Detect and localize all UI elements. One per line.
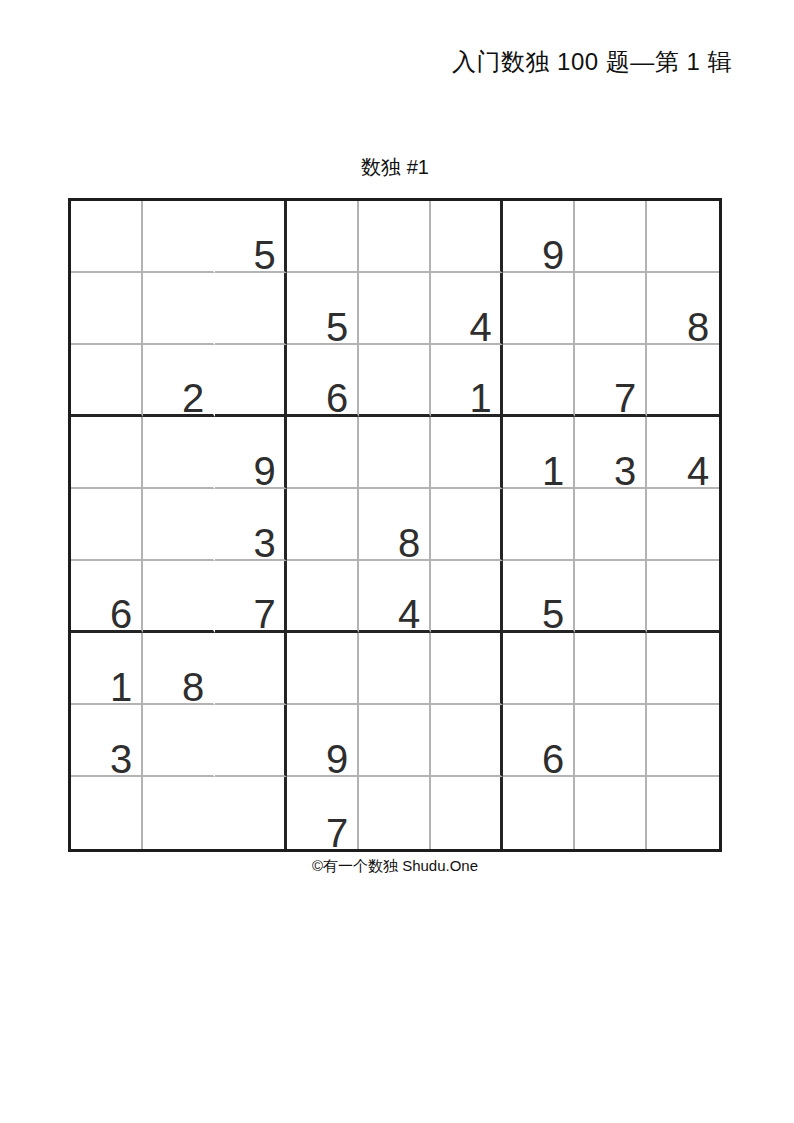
cell-r8c4: 9 <box>287 705 359 777</box>
cell-r3c9[interactable] <box>647 345 719 417</box>
cell-r1c6[interactable] <box>431 201 503 273</box>
cell-r7c6[interactable] <box>431 633 503 705</box>
cell-r5c9[interactable] <box>647 489 719 561</box>
cell-r1c3: 5 <box>215 201 287 273</box>
cell-r4c3: 9 <box>215 417 287 489</box>
cell-r1c9[interactable] <box>647 201 719 273</box>
cell-r7c4[interactable] <box>287 633 359 705</box>
cell-r3c6: 1 <box>431 345 503 417</box>
cell-r6c5: 4 <box>359 561 431 633</box>
cell-r9c8[interactable] <box>575 777 647 849</box>
cell-r1c8[interactable] <box>575 201 647 273</box>
cell-r1c2[interactable] <box>143 201 215 273</box>
cell-r7c9[interactable] <box>647 633 719 705</box>
cell-r4c6[interactable] <box>431 417 503 489</box>
given-digit: 8 <box>662 305 734 350</box>
cell-r8c3[interactable] <box>215 705 287 777</box>
cell-r2c4: 5 <box>287 273 359 345</box>
cell-r9c2[interactable] <box>143 777 215 849</box>
cell-r8c6[interactable] <box>431 705 503 777</box>
cell-r8c8[interactable] <box>575 705 647 777</box>
cell-r5c4[interactable] <box>287 489 359 561</box>
cell-r3c4: 6 <box>287 345 359 417</box>
cell-r8c5[interactable] <box>359 705 431 777</box>
cell-r5c2[interactable] <box>143 489 215 561</box>
cell-r3c7[interactable] <box>503 345 575 417</box>
sudoku-sheet-page: 入门数独 100 题—第 1 辑 数独 #1 59548261791343867… <box>0 0 794 1123</box>
cell-r9c1[interactable] <box>71 777 143 849</box>
cell-r2c3[interactable] <box>215 273 287 345</box>
cell-r2c5[interactable] <box>359 273 431 345</box>
cell-r2c6: 4 <box>431 273 503 345</box>
cell-r8c9[interactable] <box>647 705 719 777</box>
cell-r6c7: 5 <box>503 561 575 633</box>
cell-r6c8[interactable] <box>575 561 647 633</box>
cell-r4c5[interactable] <box>359 417 431 489</box>
cell-r3c3[interactable] <box>215 345 287 417</box>
cell-r4c9: 4 <box>647 417 719 489</box>
cell-r4c1[interactable] <box>71 417 143 489</box>
cell-r4c7: 1 <box>503 417 575 489</box>
cell-r2c1[interactable] <box>71 273 143 345</box>
cell-r2c2[interactable] <box>143 273 215 345</box>
cell-r1c7: 9 <box>503 201 575 273</box>
cell-r9c7[interactable] <box>503 777 575 849</box>
given-digit: 4 <box>662 449 734 494</box>
cell-r5c5: 8 <box>359 489 431 561</box>
cell-r6c3: 7 <box>215 561 287 633</box>
cell-r4c4[interactable] <box>287 417 359 489</box>
cell-r9c3[interactable] <box>215 777 287 849</box>
cell-r7c1: 1 <box>71 633 143 705</box>
cell-r6c4[interactable] <box>287 561 359 633</box>
cell-r2c8[interactable] <box>575 273 647 345</box>
footer-credit: ©有一个数独 Shudu.One <box>68 857 722 876</box>
cell-r8c1: 3 <box>71 705 143 777</box>
cell-r8c7: 6 <box>503 705 575 777</box>
cell-r1c1[interactable] <box>71 201 143 273</box>
cell-r3c1[interactable] <box>71 345 143 417</box>
cell-r9c6[interactable] <box>431 777 503 849</box>
cell-r6c2[interactable] <box>143 561 215 633</box>
cell-r3c8: 7 <box>575 345 647 417</box>
cell-r8c2[interactable] <box>143 705 215 777</box>
cell-r6c1: 6 <box>71 561 143 633</box>
cell-r5c8[interactable] <box>575 489 647 561</box>
cell-r7c2: 8 <box>143 633 215 705</box>
cell-r9c5[interactable] <box>359 777 431 849</box>
cell-r4c8: 3 <box>575 417 647 489</box>
cell-r6c9[interactable] <box>647 561 719 633</box>
cell-r4c2[interactable] <box>143 417 215 489</box>
cell-r2c7[interactable] <box>503 273 575 345</box>
booklet-title: 入门数独 100 题—第 1 辑 <box>452 46 732 78</box>
cell-r7c3[interactable] <box>215 633 287 705</box>
cell-r7c8[interactable] <box>575 633 647 705</box>
cell-r9c9[interactable] <box>647 777 719 849</box>
cell-r5c3: 3 <box>215 489 287 561</box>
sudoku-board: 5954826179134386745183967 <box>68 198 722 852</box>
cell-r1c5[interactable] <box>359 201 431 273</box>
puzzle-title: 数独 #1 <box>68 154 722 181</box>
cell-r3c5[interactable] <box>359 345 431 417</box>
cell-r5c7[interactable] <box>503 489 575 561</box>
cell-r6c6[interactable] <box>431 561 503 633</box>
cell-r2c9: 8 <box>647 273 719 345</box>
cell-r5c1[interactable] <box>71 489 143 561</box>
cell-r7c7[interactable] <box>503 633 575 705</box>
cell-r1c4[interactable] <box>287 201 359 273</box>
cell-r5c6[interactable] <box>431 489 503 561</box>
cell-r3c2: 2 <box>143 345 215 417</box>
cell-r9c4: 7 <box>287 777 359 849</box>
cell-r7c5[interactable] <box>359 633 431 705</box>
